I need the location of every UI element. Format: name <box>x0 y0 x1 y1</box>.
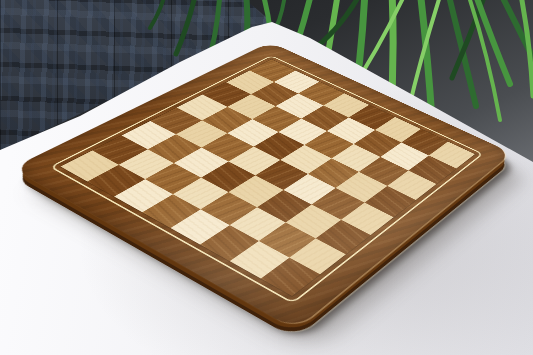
palm-leaf <box>150 0 165 28</box>
scene <box>0 0 533 355</box>
palm-leaf <box>474 0 510 84</box>
palm-leaf <box>176 0 196 54</box>
